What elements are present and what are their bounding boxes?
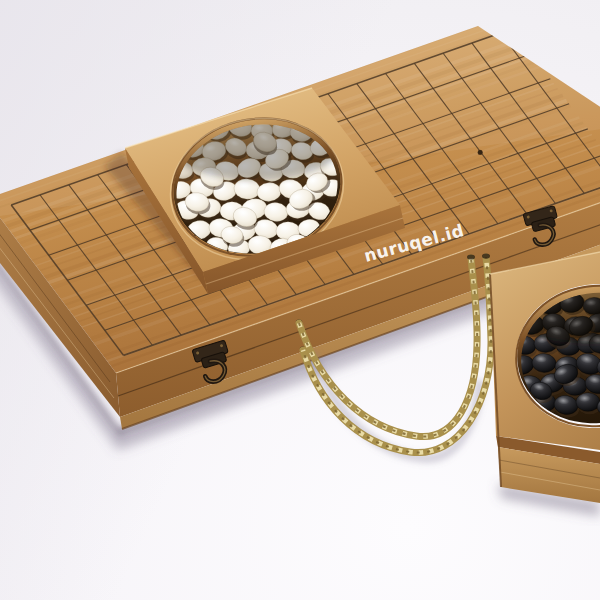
black-stone-bowl	[490, 252, 600, 503]
product-photo-stage: nuruqel.id	[0, 0, 600, 600]
star-point	[478, 150, 483, 155]
rope-tuck-shadow	[467, 254, 475, 259]
rope-tuck-shadow	[482, 253, 490, 258]
go-set-scene: nuruqel.id	[0, 0, 600, 600]
